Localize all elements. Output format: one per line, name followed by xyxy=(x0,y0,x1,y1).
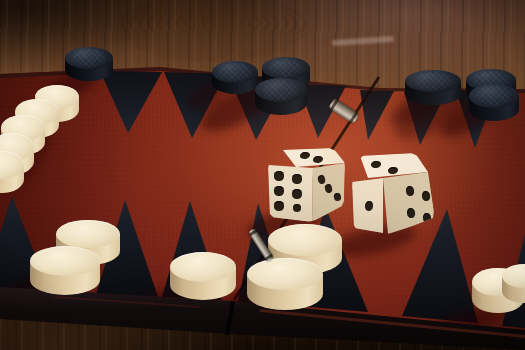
white-checker[interactable] xyxy=(170,252,236,300)
checker-top-face xyxy=(30,246,100,276)
dark-checker[interactable] xyxy=(255,78,307,115)
checker-top-face xyxy=(212,61,258,83)
checker-top-face xyxy=(405,70,461,92)
die-left[interactable] xyxy=(262,142,350,226)
checker-top-face xyxy=(262,57,310,79)
white-checker[interactable] xyxy=(502,264,525,303)
pieces-layer xyxy=(0,0,525,350)
checker-top-face xyxy=(255,78,307,102)
checker-top-face xyxy=(247,258,323,290)
white-checker[interactable] xyxy=(30,246,100,295)
hinge-pin-top xyxy=(328,98,360,124)
dark-checker[interactable] xyxy=(405,70,461,105)
white-checker[interactable] xyxy=(0,151,24,193)
checker-top-face xyxy=(56,220,120,248)
white-checker[interactable] xyxy=(247,258,323,310)
dark-checker[interactable] xyxy=(469,84,519,121)
die-pip xyxy=(293,204,302,213)
backgammon-photo-scene: Close-up angled photograph of a dark red… xyxy=(0,0,525,350)
dark-checker[interactable] xyxy=(65,47,113,81)
checker-top-face xyxy=(268,224,342,256)
checker-top-face xyxy=(469,84,519,108)
checker-top-face xyxy=(65,47,113,69)
dark-checker[interactable] xyxy=(212,61,258,94)
die-right[interactable] xyxy=(345,148,437,240)
checker-top-face xyxy=(170,252,236,282)
